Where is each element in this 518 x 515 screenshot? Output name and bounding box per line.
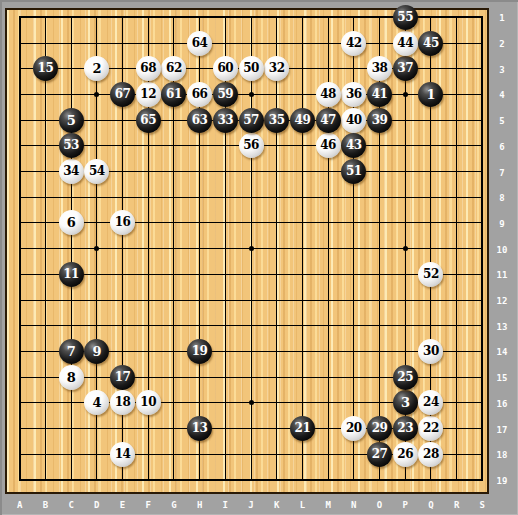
col-label-F: F	[145, 500, 150, 510]
col-label-M: M	[325, 500, 330, 510]
col-label-A: A	[17, 500, 22, 510]
row-label-12: 12	[497, 296, 508, 306]
row-label-15: 15	[497, 373, 508, 383]
col-label-L: L	[300, 500, 305, 510]
col-label-C: C	[68, 500, 73, 510]
col-label-S: S	[480, 500, 485, 510]
row-label-7: 7	[499, 168, 504, 178]
col-label-H: H	[197, 500, 202, 510]
go-board-window: 1234567891011121314151617181920212223242…	[0, 0, 518, 515]
col-label-R: R	[454, 500, 459, 510]
col-label-O: O	[377, 500, 382, 510]
row-label-8: 8	[499, 193, 504, 203]
row-label-14: 14	[497, 347, 508, 357]
row-label-18: 18	[497, 450, 508, 460]
row-label-10: 10	[497, 245, 508, 255]
row-label-17: 17	[497, 425, 508, 435]
col-label-G: G	[171, 500, 176, 510]
col-label-Q: Q	[428, 500, 433, 510]
col-label-K: K	[274, 500, 279, 510]
col-label-N: N	[351, 500, 356, 510]
row-label-5: 5	[499, 116, 504, 126]
row-label-1: 1	[499, 13, 504, 23]
row-label-4: 4	[499, 90, 504, 100]
row-label-19: 19	[497, 476, 508, 486]
row-label-16: 16	[497, 399, 508, 409]
row-label-6: 6	[499, 142, 504, 152]
row-label-2: 2	[499, 39, 504, 49]
row-label-13: 13	[497, 322, 508, 332]
col-label-E: E	[120, 500, 125, 510]
col-label-I: I	[223, 500, 228, 510]
col-label-B: B	[43, 500, 48, 510]
col-label-P: P	[402, 500, 407, 510]
goban[interactable]	[5, 8, 489, 494]
col-label-J: J	[248, 500, 253, 510]
row-label-11: 11	[497, 270, 508, 280]
row-label-9: 9	[499, 219, 504, 229]
row-label-3: 3	[499, 65, 504, 75]
col-label-D: D	[94, 500, 99, 510]
